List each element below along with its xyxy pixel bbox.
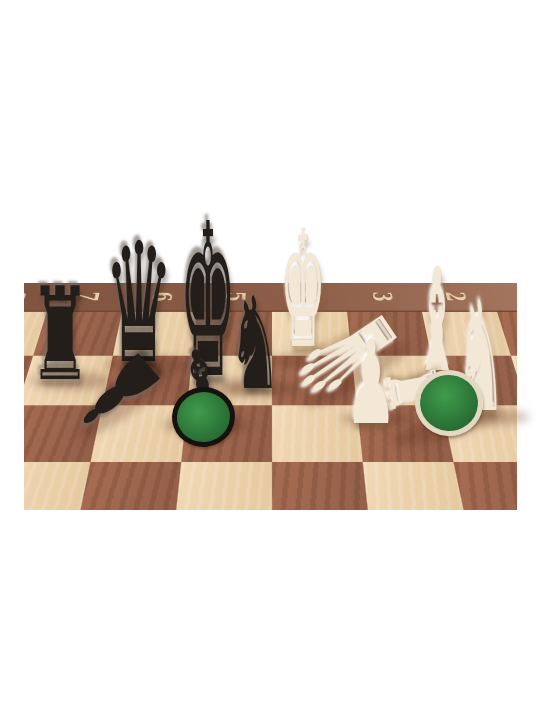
board-square [272,462,370,510]
board-square [77,462,181,510]
board-square [24,462,90,510]
black-knight-piece: ♞ [229,280,281,408]
chess-set-photo: 87654321 ♜♛♚♞♟♝♚♛♟♜♝♞ [24,215,517,510]
rank-label-1: 1 [512,292,517,302]
black-rook-piece: ♜ [29,272,91,401]
page: { "game": "chess", "scene": { "descripti… [0,0,540,720]
white-pawn-piece: ♟ [345,325,397,441]
board-square [454,462,517,510]
board-square [174,462,272,510]
board-square [363,462,467,510]
